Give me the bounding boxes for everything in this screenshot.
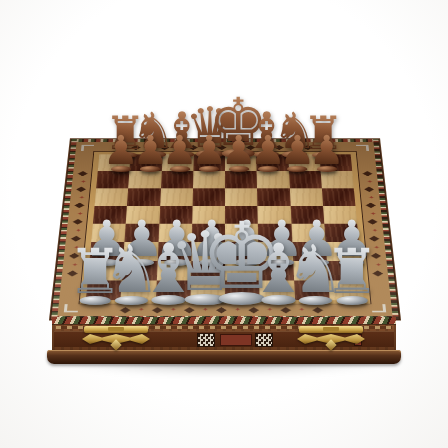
latch-bar [299,326,363,333]
square-f7[interactable] [257,171,290,188]
piece-base [229,166,249,172]
diamond-motif-icon: ◆ [75,171,90,180]
box-base-molding [47,350,401,364]
square-c6[interactable] [160,188,193,206]
rosette-motif-icon: ✦ [366,195,376,202]
piece-base [317,166,337,172]
brass-latch-right[interactable] [297,325,365,349]
square-a7[interactable] [96,171,129,188]
square-b6[interactable] [127,188,160,206]
piece-base [111,166,131,172]
checker-inlay-icon [197,333,215,347]
square-a6[interactable] [95,188,129,206]
square-g7[interactable] [289,171,322,188]
square-g6[interactable] [289,188,322,206]
chess-set-photo: ◆✦◆✦◆✦◆✦◆✦◆✦◆ ◆✦◆✦◆✦◆✦◆✦◆✦◆ ◆✦◆✦◆✦◆✦◆✦◆✦… [0,0,448,448]
piece-base [199,166,219,172]
piece-base [258,166,278,172]
square-c7[interactable] [161,171,194,188]
latch-bar [84,326,148,333]
pawn-glyph: ♟ [309,130,345,170]
front-mosaic-strip [52,317,396,324]
rosette-motif-icon: ✦ [75,195,85,202]
diamond-motif-icon: ◆ [73,187,89,196]
piece-base [170,166,190,172]
box-front-face [52,317,396,353]
diamond-motif-icon: ◆ [362,187,378,196]
front-center-plate [220,334,252,346]
square-h6[interactable] [322,188,356,206]
piece-silver-rook-h1[interactable]: ♜ [324,241,380,303]
diamond-motif-icon: ◆ [70,219,86,228]
piece-base [287,166,307,172]
piece-base [140,166,160,172]
checker-inlay-icon [255,333,273,347]
square-b7[interactable] [128,171,161,188]
piece-copper-pawn-h7[interactable]: ♟ [309,130,345,170]
rook-glyph: ♜ [324,241,380,303]
piece-base [336,296,367,305]
square-d7[interactable] [193,171,225,188]
corner-mark-icon [81,145,94,151]
square-e7[interactable] [225,171,257,188]
rosette-motif-icon: ✦ [74,212,84,219]
square-h7[interactable] [320,171,353,188]
brass-latch-left[interactable] [82,325,150,349]
corner-mark-icon [356,145,369,151]
diamond-motif-icon: ◆ [360,171,375,180]
